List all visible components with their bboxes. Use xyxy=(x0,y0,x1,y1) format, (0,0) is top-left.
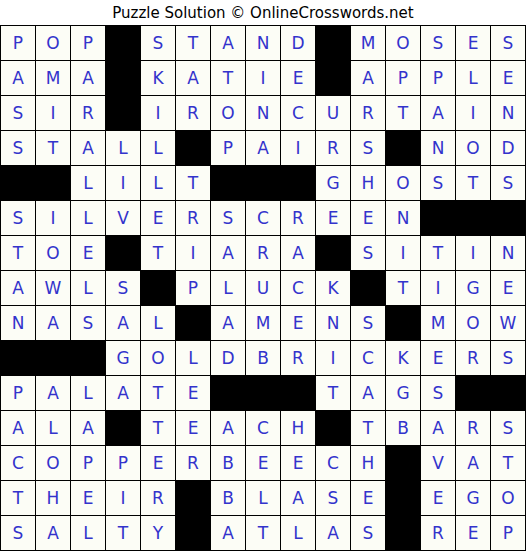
grid-cell: O xyxy=(36,236,70,270)
grid-cell: C xyxy=(281,271,315,305)
grid-cell: E xyxy=(281,446,315,480)
grid-cell: O xyxy=(456,131,490,165)
grid-cell: P xyxy=(421,61,455,95)
grid-cell: R xyxy=(246,236,280,270)
block-cell xyxy=(106,236,140,270)
block-cell xyxy=(386,516,420,550)
grid-cell: E xyxy=(281,306,315,340)
grid-cell: T xyxy=(36,131,70,165)
grid-cell: V xyxy=(421,446,455,480)
grid-cell: U xyxy=(246,271,280,305)
grid-cell: I xyxy=(36,96,70,130)
grid-cell: R xyxy=(316,131,350,165)
grid-cell: S xyxy=(1,516,35,550)
grid-cell: S xyxy=(351,131,385,165)
grid-cell: S xyxy=(1,131,35,165)
block-cell xyxy=(316,411,350,445)
block-cell xyxy=(456,376,490,410)
block-cell xyxy=(176,516,210,550)
grid-cell: P xyxy=(211,131,245,165)
grid-cell: L xyxy=(281,516,315,550)
grid-cell: K xyxy=(141,61,175,95)
block-cell xyxy=(386,306,420,340)
grid-cell: R xyxy=(351,96,385,130)
block-cell xyxy=(106,411,140,445)
grid-cell: A xyxy=(316,516,350,550)
grid-cell: G xyxy=(456,271,490,305)
grid-cell: A xyxy=(211,306,245,340)
block-cell xyxy=(106,26,140,60)
block-cell xyxy=(386,131,420,165)
grid-cell: H xyxy=(36,481,70,515)
grid-cell: G xyxy=(386,376,420,410)
grid-cell: C xyxy=(1,446,35,480)
grid-cell: A xyxy=(106,376,140,410)
grid-cell: T xyxy=(456,166,490,200)
grid-cell: S xyxy=(106,271,140,305)
grid-cell: T xyxy=(386,271,420,305)
grid-cell: E xyxy=(456,516,490,550)
grid-cell: L xyxy=(456,61,490,95)
grid-cell: A xyxy=(211,26,245,60)
grid-cell: M xyxy=(351,26,385,60)
grid-cell: E xyxy=(176,376,210,410)
grid-cell: R xyxy=(456,341,490,375)
grid-cell: A xyxy=(71,411,105,445)
grid-cell: G xyxy=(316,166,350,200)
grid-cell: P xyxy=(176,271,210,305)
grid-cell: L xyxy=(246,481,280,515)
grid-cell: S xyxy=(71,306,105,340)
grid-cell: A xyxy=(211,516,245,550)
grid-cell: A xyxy=(36,306,70,340)
grid-cell: I xyxy=(421,271,455,305)
grid-cell: B xyxy=(386,411,420,445)
block-cell xyxy=(71,341,105,375)
grid-cell: E xyxy=(421,341,455,375)
grid-cell: A xyxy=(1,411,35,445)
grid-cell: M xyxy=(36,61,70,95)
grid-cell: O xyxy=(456,306,490,340)
grid-cell: T xyxy=(386,96,420,130)
block-cell xyxy=(246,166,280,200)
grid-cell: N xyxy=(246,26,280,60)
grid-cell: I xyxy=(316,341,350,375)
grid-cell: A xyxy=(211,236,245,270)
block-cell xyxy=(386,446,420,480)
grid-cell: E xyxy=(316,201,350,235)
grid-cell: L xyxy=(71,271,105,305)
grid-cell: M xyxy=(246,306,280,340)
block-cell xyxy=(491,376,525,410)
grid-cell: B xyxy=(211,446,245,480)
block-cell xyxy=(316,236,350,270)
block-cell xyxy=(36,341,70,375)
grid-cell: I xyxy=(106,481,140,515)
grid-cell: N xyxy=(246,96,280,130)
grid-cell: C xyxy=(316,446,350,480)
grid-cell: R xyxy=(456,411,490,445)
grid-cell: K xyxy=(316,271,350,305)
grid-cell: S xyxy=(351,236,385,270)
grid-cell: K xyxy=(386,341,420,375)
block-cell xyxy=(1,341,35,375)
grid-cell: S xyxy=(491,411,525,445)
grid-cell: V xyxy=(106,201,140,235)
grid-cell: G xyxy=(106,341,140,375)
grid-cell: E xyxy=(141,446,175,480)
grid-cell: I xyxy=(456,236,490,270)
grid-cell: I xyxy=(246,61,280,95)
block-cell xyxy=(211,166,245,200)
grid-cell: I xyxy=(141,96,175,130)
grid-cell: A xyxy=(36,376,70,410)
block-cell xyxy=(246,376,280,410)
grid-cell: E xyxy=(351,481,385,515)
grid-cell: A xyxy=(36,516,70,550)
grid-cell: W xyxy=(36,271,70,305)
grid-cell: L xyxy=(71,376,105,410)
grid-cell: R xyxy=(421,516,455,550)
grid-cell: C xyxy=(351,341,385,375)
grid-cell: B xyxy=(211,481,245,515)
grid-cell: S xyxy=(351,516,385,550)
grid-cell: H xyxy=(351,166,385,200)
grid-cell: E xyxy=(176,411,210,445)
grid-cell: R xyxy=(176,201,210,235)
grid-cell: N xyxy=(491,96,525,130)
grid-cell: S xyxy=(421,376,455,410)
grid-cell: A xyxy=(71,61,105,95)
block-cell xyxy=(106,61,140,95)
grid-cell: T xyxy=(141,236,175,270)
grid-cell: G xyxy=(456,481,490,515)
grid-cell: N xyxy=(1,306,35,340)
grid-cell: I xyxy=(386,236,420,270)
grid-cell: Y xyxy=(141,516,175,550)
grid-cell: S xyxy=(351,306,385,340)
grid-cell: C xyxy=(246,411,280,445)
grid-cell: P xyxy=(71,446,105,480)
block-cell xyxy=(176,481,210,515)
grid-cell: T xyxy=(491,446,525,480)
grid-cell: L xyxy=(141,131,175,165)
block-cell xyxy=(176,131,210,165)
grid-cell: S xyxy=(491,26,525,60)
block-cell xyxy=(1,166,35,200)
grid-cell: E xyxy=(141,201,175,235)
grid-cell: T xyxy=(351,411,385,445)
grid-cell: L xyxy=(176,341,210,375)
block-cell xyxy=(316,61,350,95)
grid-cell: A xyxy=(176,61,210,95)
grid-cell: A xyxy=(71,131,105,165)
grid-cell: I xyxy=(281,131,315,165)
grid-cell: T xyxy=(1,481,35,515)
grid-cell: R xyxy=(281,201,315,235)
block-cell xyxy=(421,201,455,235)
grid-cell: T xyxy=(176,26,210,60)
grid-cell: M xyxy=(421,306,455,340)
block-cell xyxy=(351,271,385,305)
grid-cell: A xyxy=(456,446,490,480)
grid-cell: A xyxy=(1,271,35,305)
grid-cell: L xyxy=(106,131,140,165)
grid-cell: E xyxy=(421,481,455,515)
grid-cell: P xyxy=(386,61,420,95)
block-cell xyxy=(386,481,420,515)
grid-cell: O xyxy=(36,446,70,480)
grid-cell: P xyxy=(1,26,35,60)
grid-cell: T xyxy=(1,236,35,270)
grid-cell: A xyxy=(281,481,315,515)
grid-cell: D xyxy=(491,131,525,165)
grid-cell: L xyxy=(71,201,105,235)
grid-cell: A xyxy=(1,61,35,95)
grid-cell: A xyxy=(281,236,315,270)
puzzle-solution-page: Puzzle Solution © OnlineCrosswords.net P… xyxy=(0,0,526,551)
grid-cell: H xyxy=(281,411,315,445)
grid-cell: N xyxy=(421,131,455,165)
grid-cell: O xyxy=(36,26,70,60)
grid-cell: S xyxy=(211,201,245,235)
crossword-grid: POPSTANDMOSESAMAKATIEAPPLESIRIRONCURTAIN… xyxy=(0,25,526,551)
grid-cell: L xyxy=(36,411,70,445)
grid-cell: N xyxy=(386,201,420,235)
grid-cell: E xyxy=(456,26,490,60)
block-cell xyxy=(456,201,490,235)
grid-cell: E xyxy=(281,61,315,95)
grid-cell: O xyxy=(141,341,175,375)
grid-cell: R xyxy=(71,96,105,130)
block-cell xyxy=(141,271,175,305)
grid-cell: L xyxy=(71,166,105,200)
grid-cell: T xyxy=(316,376,350,410)
grid-cell: N xyxy=(491,236,525,270)
grid-cell: A xyxy=(351,376,385,410)
grid-cell: R xyxy=(141,481,175,515)
grid-cell: E xyxy=(71,236,105,270)
grid-cell: R xyxy=(176,446,210,480)
grid-cell: T xyxy=(141,376,175,410)
grid-cell: T xyxy=(176,166,210,200)
grid-cell: L xyxy=(71,516,105,550)
grid-cell: C xyxy=(246,201,280,235)
grid-cell: E xyxy=(491,271,525,305)
block-cell xyxy=(211,376,245,410)
grid-cell: P xyxy=(491,516,525,550)
grid-cell: T xyxy=(141,411,175,445)
grid-cell: B xyxy=(246,341,280,375)
grid-cell: A xyxy=(211,411,245,445)
page-title: Puzzle Solution © OnlineCrosswords.net xyxy=(0,0,526,25)
grid-cell: D xyxy=(211,341,245,375)
grid-cell: L xyxy=(211,271,245,305)
grid-cell: S xyxy=(1,201,35,235)
grid-cell: E xyxy=(71,481,105,515)
grid-cell: P xyxy=(1,376,35,410)
grid-cell: I xyxy=(36,201,70,235)
grid-cell: S xyxy=(491,166,525,200)
grid-cell: T xyxy=(106,516,140,550)
grid-cell: A xyxy=(421,411,455,445)
grid-cell: O xyxy=(211,96,245,130)
block-cell xyxy=(36,166,70,200)
grid-cell: T xyxy=(246,516,280,550)
grid-cell: O xyxy=(491,481,525,515)
grid-cell: S xyxy=(1,96,35,130)
grid-cell: L xyxy=(141,166,175,200)
grid-cell: A xyxy=(246,131,280,165)
grid-cell: I xyxy=(456,96,490,130)
grid-cell: U xyxy=(316,96,350,130)
grid-cell: E xyxy=(246,446,280,480)
grid-cell: C xyxy=(281,96,315,130)
grid-cell: R xyxy=(281,341,315,375)
grid-cell: L xyxy=(141,306,175,340)
grid-cell: I xyxy=(176,236,210,270)
grid-cell: P xyxy=(106,446,140,480)
grid-cell: H xyxy=(351,446,385,480)
grid-cell: S xyxy=(316,481,350,515)
grid-cell: E xyxy=(491,61,525,95)
grid-cell: S xyxy=(141,26,175,60)
grid-cell: S xyxy=(491,341,525,375)
block-cell xyxy=(281,376,315,410)
grid-cell: W xyxy=(491,306,525,340)
block-cell xyxy=(491,201,525,235)
grid-cell: A xyxy=(106,306,140,340)
grid-cell: S xyxy=(421,26,455,60)
grid-cell: O xyxy=(386,166,420,200)
grid-cell: R xyxy=(176,96,210,130)
grid-cell: A xyxy=(351,61,385,95)
grid-cell: I xyxy=(106,166,140,200)
block-cell xyxy=(281,166,315,200)
block-cell xyxy=(106,96,140,130)
grid-cell: S xyxy=(421,166,455,200)
grid-cell: A xyxy=(421,96,455,130)
grid-cell: P xyxy=(71,26,105,60)
grid-cell: D xyxy=(281,26,315,60)
grid-cell: N xyxy=(316,306,350,340)
grid-cell: E xyxy=(351,201,385,235)
grid-cell: T xyxy=(421,236,455,270)
block-cell xyxy=(176,306,210,340)
block-cell xyxy=(316,26,350,60)
grid-cell: T xyxy=(211,61,245,95)
grid-cell: O xyxy=(386,26,420,60)
